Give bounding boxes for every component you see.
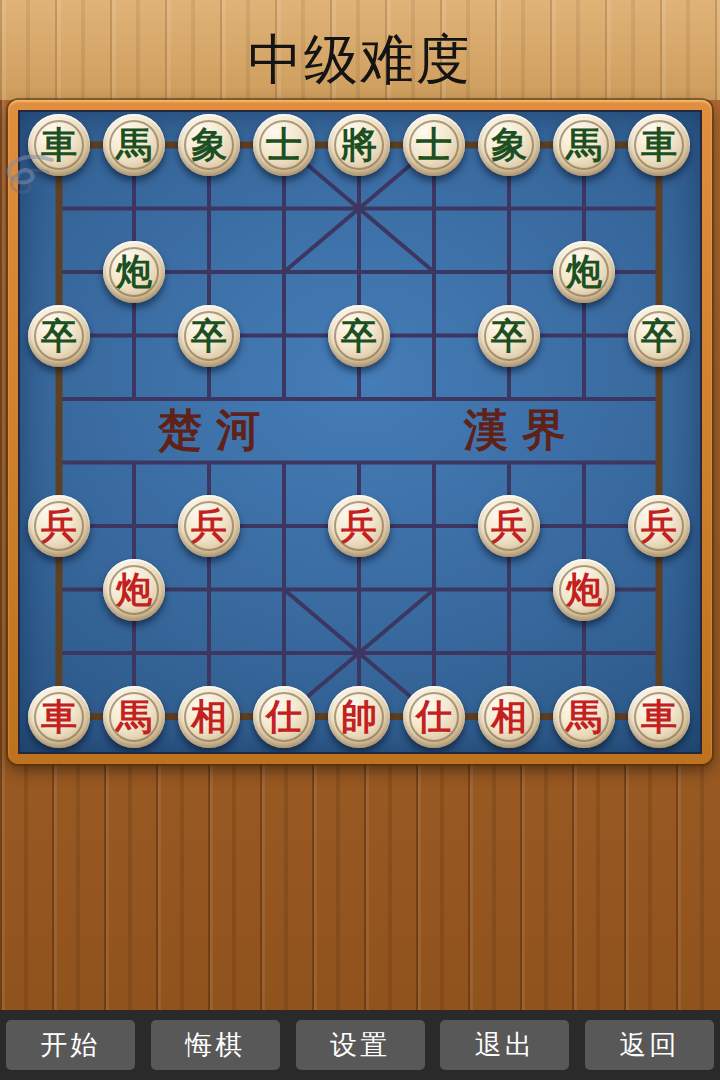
piece-red-advisor[interactable]: 仕 <box>403 686 465 748</box>
settings-button[interactable]: 设置 <box>296 1020 425 1070</box>
piece-black-cannon[interactable]: 炮 <box>103 241 165 303</box>
back-button[interactable]: 返回 <box>585 1020 714 1070</box>
board-frame: 楚河 漢界 車馬象士將士象馬車炮炮卒卒卒卒卒兵兵兵兵兵炮炮車馬相仕帥仕相馬車 <box>8 100 712 764</box>
piece-red-elephant[interactable]: 相 <box>178 686 240 748</box>
piece-black-chariot[interactable]: 車 <box>628 114 690 176</box>
piece-black-cannon[interactable]: 炮 <box>553 241 615 303</box>
piece-black-advisor[interactable]: 士 <box>403 114 465 176</box>
swirl-decoration <box>0 148 56 206</box>
piece-red-soldier[interactable]: 兵 <box>28 495 90 557</box>
piece-red-general[interactable]: 帥 <box>328 686 390 748</box>
piece-red-cannon[interactable]: 炮 <box>103 559 165 621</box>
piece-red-soldier[interactable]: 兵 <box>328 495 390 557</box>
piece-red-elephant[interactable]: 相 <box>478 686 540 748</box>
piece-red-horse[interactable]: 馬 <box>103 686 165 748</box>
piece-black-soldier[interactable]: 卒 <box>628 305 690 367</box>
piece-red-soldier[interactable]: 兵 <box>478 495 540 557</box>
piece-black-horse[interactable]: 馬 <box>103 114 165 176</box>
difficulty-title: 中级难度 <box>0 24 720 97</box>
piece-black-elephant[interactable]: 象 <box>178 114 240 176</box>
start-button[interactable]: 开始 <box>6 1020 135 1070</box>
piece-black-soldier[interactable]: 卒 <box>28 305 90 367</box>
piece-black-general[interactable]: 將 <box>328 114 390 176</box>
piece-red-advisor[interactable]: 仕 <box>253 686 315 748</box>
piece-black-soldier[interactable]: 卒 <box>178 305 240 367</box>
piece-red-horse[interactable]: 馬 <box>553 686 615 748</box>
piece-red-soldier[interactable]: 兵 <box>628 495 690 557</box>
piece-red-soldier[interactable]: 兵 <box>178 495 240 557</box>
piece-black-advisor[interactable]: 士 <box>253 114 315 176</box>
piece-red-chariot[interactable]: 車 <box>628 686 690 748</box>
piece-black-soldier[interactable]: 卒 <box>478 305 540 367</box>
bottom-toolbar: 开始 悔棋 设置 退出 返回 <box>0 1010 720 1080</box>
exit-button[interactable]: 退出 <box>440 1020 569 1070</box>
piece-black-horse[interactable]: 馬 <box>553 114 615 176</box>
piece-black-soldier[interactable]: 卒 <box>328 305 390 367</box>
undo-button[interactable]: 悔棋 <box>151 1020 280 1070</box>
piece-black-elephant[interactable]: 象 <box>478 114 540 176</box>
xiangqi-board[interactable]: 楚河 漢界 車馬象士將士象馬車炮炮卒卒卒卒卒兵兵兵兵兵炮炮車馬相仕帥仕相馬車 <box>18 110 702 754</box>
pieces-layer: 車馬象士將士象馬車炮炮卒卒卒卒卒兵兵兵兵兵炮炮車馬相仕帥仕相馬車 <box>20 112 700 752</box>
piece-red-chariot[interactable]: 車 <box>28 686 90 748</box>
piece-red-cannon[interactable]: 炮 <box>553 559 615 621</box>
